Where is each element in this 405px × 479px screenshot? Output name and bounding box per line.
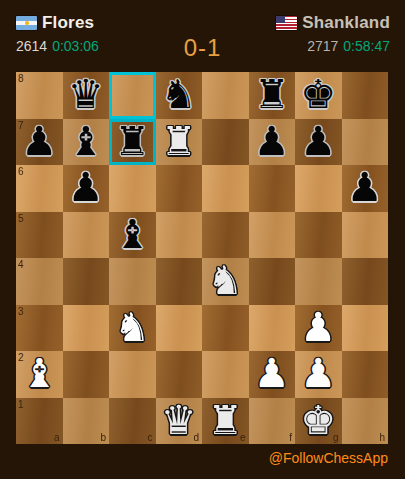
black-bishop-c5: ♝: [114, 214, 150, 254]
square-e1[interactable]: ♜e: [202, 398, 249, 445]
argentina-flag-icon: [16, 16, 37, 30]
file-label-b: b: [100, 432, 106, 443]
square-g8[interactable]: ♚: [295, 72, 342, 119]
square-f1[interactable]: f: [249, 398, 296, 445]
square-h8[interactable]: [342, 72, 389, 119]
black-player-panel[interactable]: Shankland 27170:58:47: [276, 13, 390, 54]
square-a5[interactable]: 5: [16, 212, 63, 259]
file-label-a: a: [54, 432, 60, 443]
square-c8[interactable]: [109, 72, 156, 119]
white-bishop-a2: ♝: [21, 353, 57, 393]
white-king-g1: ♚: [300, 400, 336, 440]
square-f5[interactable]: [249, 212, 296, 259]
square-a4[interactable]: 4: [16, 258, 63, 305]
square-g5[interactable]: [295, 212, 342, 259]
square-e4[interactable]: ♞: [202, 258, 249, 305]
square-f8[interactable]: ♜: [249, 72, 296, 119]
white-knight-c3: ♞: [114, 307, 150, 347]
square-g3[interactable]: ♟: [295, 305, 342, 352]
file-label-c: c: [148, 432, 153, 443]
square-h6[interactable]: ♟: [342, 165, 389, 212]
square-e6[interactable]: [202, 165, 249, 212]
square-c7[interactable]: ♜: [109, 119, 156, 166]
square-c6[interactable]: [109, 165, 156, 212]
square-b4[interactable]: [63, 258, 110, 305]
square-b6[interactable]: ♟: [63, 165, 110, 212]
black-bishop-b7: ♝: [68, 121, 104, 161]
black-knight-d8: ♞: [161, 74, 197, 114]
rank-label-3: 3: [18, 306, 24, 317]
square-h4[interactable]: [342, 258, 389, 305]
square-g7[interactable]: ♟: [295, 119, 342, 166]
square-g2[interactable]: ♟: [295, 351, 342, 398]
square-a6[interactable]: 6: [16, 165, 63, 212]
white-pawn-g3: ♟: [300, 307, 336, 347]
square-f2[interactable]: ♟: [249, 351, 296, 398]
square-h3[interactable]: [342, 305, 389, 352]
file-label-f: f: [289, 432, 292, 443]
black-player-clock: 0:58:47: [343, 38, 390, 54]
square-e3[interactable]: [202, 305, 249, 352]
watermark: @FollowChessApp: [269, 450, 388, 466]
square-h5[interactable]: [342, 212, 389, 259]
square-a2[interactable]: ♝2: [16, 351, 63, 398]
square-a8[interactable]: 8: [16, 72, 63, 119]
square-c3[interactable]: ♞: [109, 305, 156, 352]
square-c1[interactable]: c: [109, 398, 156, 445]
black-pawn-g7: ♟: [300, 121, 336, 161]
square-f4[interactable]: [249, 258, 296, 305]
square-d3[interactable]: [156, 305, 203, 352]
white-knight-e4: ♞: [207, 260, 243, 300]
square-b2[interactable]: [63, 351, 110, 398]
rank-label-5: 5: [18, 213, 24, 224]
square-c5[interactable]: ♝: [109, 212, 156, 259]
square-e8[interactable]: [202, 72, 249, 119]
white-pawn-f2: ♟: [254, 353, 290, 393]
black-pawn-a7: ♟: [21, 121, 57, 161]
square-f6[interactable]: [249, 165, 296, 212]
square-d7[interactable]: ♜: [156, 119, 203, 166]
square-e7[interactable]: [202, 119, 249, 166]
black-pawn-f7: ♟: [254, 121, 290, 161]
black-pawn-h6: ♟: [347, 167, 383, 207]
square-b1[interactable]: b: [63, 398, 110, 445]
square-d8[interactable]: ♞: [156, 72, 203, 119]
white-queen-d1: ♛: [161, 400, 197, 440]
square-f7[interactable]: ♟: [249, 119, 296, 166]
follow-chess-screen: Flores 26140:03:06 0-1 Shankland 27170:5…: [0, 0, 405, 479]
rank-label-8: 8: [18, 73, 24, 84]
square-c2[interactable]: [109, 351, 156, 398]
square-a1[interactable]: 1a: [16, 398, 63, 445]
square-a3[interactable]: 3: [16, 305, 63, 352]
white-pawn-g2: ♟: [300, 353, 336, 393]
white-rook-e1: ♜: [207, 400, 243, 440]
square-d2[interactable]: [156, 351, 203, 398]
square-f3[interactable]: [249, 305, 296, 352]
black-queen-b8: ♛: [68, 74, 104, 114]
square-g1[interactable]: ♚g: [295, 398, 342, 445]
black-player-rating: 2717: [307, 38, 338, 54]
rank-label-6: 6: [18, 166, 24, 177]
game-header: Flores 26140:03:06 0-1 Shankland 27170:5…: [0, 0, 405, 72]
square-g6[interactable]: [295, 165, 342, 212]
square-h1[interactable]: h: [342, 398, 389, 445]
rank-label-4: 4: [18, 259, 24, 270]
square-b7[interactable]: ♝: [63, 119, 110, 166]
file-label-h: h: [379, 432, 385, 443]
square-b8[interactable]: ♛: [63, 72, 110, 119]
square-e2[interactable]: [202, 351, 249, 398]
square-a7[interactable]: ♟7: [16, 119, 63, 166]
rank-label-1: 1: [18, 399, 24, 410]
square-d6[interactable]: [156, 165, 203, 212]
square-b3[interactable]: [63, 305, 110, 352]
square-h7[interactable]: [342, 119, 389, 166]
white-rook-d7: ♜: [161, 121, 197, 161]
square-b5[interactable]: [63, 212, 110, 259]
square-d5[interactable]: [156, 212, 203, 259]
black-rook-c7: ♜: [114, 121, 150, 161]
square-e5[interactable]: [202, 212, 249, 259]
black-rook-f8: ♜: [254, 74, 290, 114]
square-g4[interactable]: [295, 258, 342, 305]
black-player-name: Shankland: [302, 13, 390, 33]
white-player-name: Flores: [42, 13, 94, 33]
usa-flag-icon: [276, 16, 297, 30]
black-king-g8: ♚: [300, 74, 336, 114]
square-c4[interactable]: [109, 258, 156, 305]
square-d1[interactable]: ♛d: [156, 398, 203, 445]
chess-board[interactable]: 8♛♞♜♚♟7♝♜♜♟♟6♟♟5♝4♞3♞♟♝2♟♟1abc♛d♜ef♚gh: [16, 72, 388, 444]
black-pawn-b6: ♟: [68, 167, 104, 207]
square-d4[interactable]: [156, 258, 203, 305]
square-h2[interactable]: [342, 351, 389, 398]
